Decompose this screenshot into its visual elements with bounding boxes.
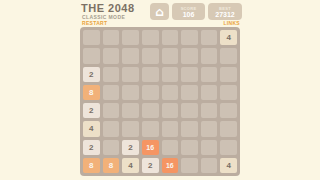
board-cell: [201, 85, 218, 100]
board-cell: [201, 121, 218, 136]
board-cell: [122, 121, 139, 136]
board-cell: [201, 103, 218, 118]
board-cell: [162, 85, 179, 100]
tile-2: 2: [83, 67, 100, 82]
board-cell: [181, 85, 198, 100]
board-cell: [181, 158, 198, 173]
board-cell: [220, 121, 237, 136]
tile-2: 2: [122, 140, 139, 155]
tile-4: 4: [83, 121, 100, 136]
tile-4: 4: [220, 158, 237, 173]
board-cell: [220, 67, 237, 82]
board-cell: [181, 48, 198, 63]
tile-16: 16: [162, 158, 179, 173]
board-cell: [201, 158, 218, 173]
tile-2: 2: [142, 158, 159, 173]
tile-4: 4: [122, 158, 139, 173]
board-cell: [162, 121, 179, 136]
board-cell: [142, 48, 159, 63]
board-cell: [220, 85, 237, 100]
board-cell: [122, 30, 139, 45]
board-cell: [181, 30, 198, 45]
board-cell: [103, 48, 120, 63]
board-cell: [103, 85, 120, 100]
best-value: 27312: [208, 11, 242, 18]
board-cell: [181, 103, 198, 118]
board-cell: [103, 67, 120, 82]
board-cell: [201, 48, 218, 63]
board-cell: [162, 30, 179, 45]
board-grid[interactable]: 4282422168842164: [80, 27, 240, 176]
board-cell: [122, 48, 139, 63]
tile-2: 2: [83, 140, 100, 155]
board-cell: [122, 67, 139, 82]
home-button[interactable]: ⌂: [150, 3, 169, 20]
board-cell: [162, 67, 179, 82]
tile-8: 8: [103, 158, 120, 173]
best-box: BEST 27312: [208, 3, 242, 20]
board-cell: [142, 67, 159, 82]
board-cell: [181, 140, 198, 155]
board-cell: [103, 121, 120, 136]
board-cell: [201, 140, 218, 155]
board-cell: [220, 140, 237, 155]
board-cell: [103, 103, 120, 118]
board-cell: [162, 103, 179, 118]
board-cell: [181, 121, 198, 136]
board-cell: [201, 30, 218, 45]
board-cell: [142, 121, 159, 136]
tile-4: 4: [220, 30, 237, 45]
board-cell: [83, 30, 100, 45]
tile-2: 2: [83, 103, 100, 118]
board-cell: [162, 48, 179, 63]
board-cell: [122, 85, 139, 100]
tile-16: 16: [142, 140, 159, 155]
board-cell: [103, 30, 120, 45]
links-button[interactable]: LINKS: [224, 20, 241, 26]
home-icon: ⌂: [155, 6, 164, 18]
board-cell: [142, 85, 159, 100]
score-value: 106: [172, 11, 205, 18]
restart-button[interactable]: RESTART: [82, 20, 107, 26]
board-cell: [122, 103, 139, 118]
board-cell: [83, 48, 100, 63]
board-cell: [162, 140, 179, 155]
board-cell: [142, 103, 159, 118]
board-cell: [201, 67, 218, 82]
board-cell: [142, 30, 159, 45]
tile-8: 8: [83, 158, 100, 173]
board-cell: [181, 67, 198, 82]
board-cell: [220, 48, 237, 63]
page-title: THE 2048: [81, 2, 135, 14]
score-label: SCORE: [172, 6, 205, 11]
score-box: SCORE 106: [172, 3, 205, 20]
board-cell: [220, 103, 237, 118]
best-label: BEST: [208, 6, 242, 11]
game-screen: THE 2048 CLASSIC MODE RESTART LINKS ⌂ SC…: [0, 0, 320, 180]
board-cell: [103, 140, 120, 155]
tile-8: 8: [83, 85, 100, 100]
